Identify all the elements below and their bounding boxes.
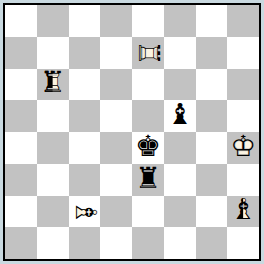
bishop-glyph: ♝ (167, 100, 193, 129)
rook-glyph: ♖ (135, 40, 164, 66)
square-h7[interactable] (227, 37, 259, 69)
square-g5[interactable] (196, 100, 228, 132)
square-h8[interactable] (227, 5, 259, 37)
square-a5[interactable] (5, 100, 37, 132)
square-g4[interactable] (196, 132, 228, 164)
bishop-glyph: ♝ (71, 198, 100, 224)
square-h1[interactable] (227, 227, 259, 259)
square-h6[interactable] (227, 69, 259, 101)
king-glyph: ♚ (230, 132, 256, 161)
white-rook-rotated-piece[interactable]: ♜♖ (132, 37, 164, 69)
square-d3[interactable] (100, 164, 132, 196)
square-d4[interactable] (100, 132, 132, 164)
rook-glyph: ♜ (135, 40, 164, 66)
square-e6[interactable] (132, 69, 164, 101)
square-b1[interactable] (37, 227, 69, 259)
square-e1[interactable] (132, 227, 164, 259)
square-c1[interactable] (69, 227, 101, 259)
black-rook-piece[interactable]: ♜ (132, 164, 164, 196)
square-d7[interactable] (100, 37, 132, 69)
rook-glyph: ♖ (40, 69, 66, 98)
square-e2[interactable] (132, 196, 164, 228)
square-g1[interactable] (196, 227, 228, 259)
square-c3[interactable] (69, 164, 101, 196)
square-a4[interactable] (5, 132, 37, 164)
square-c8[interactable] (69, 5, 101, 37)
white-king-piece[interactable]: ♚♔ (227, 132, 259, 164)
square-f8[interactable] (164, 5, 196, 37)
square-g8[interactable] (196, 5, 228, 37)
king-glyph: ♔ (230, 132, 256, 161)
rook-glyph: ♜ (40, 69, 66, 98)
bishop-glyph: ♗ (71, 198, 100, 224)
bishop-glyph: ♝ (230, 196, 256, 225)
square-a7[interactable] (5, 37, 37, 69)
black-king-piece[interactable]: ♚ (132, 132, 164, 164)
square-f6[interactable] (164, 69, 196, 101)
king-glyph: ♚ (135, 132, 161, 161)
square-b7[interactable] (37, 37, 69, 69)
square-d5[interactable] (100, 100, 132, 132)
square-b4[interactable] (37, 132, 69, 164)
square-d1[interactable] (100, 227, 132, 259)
square-e4[interactable]: ♚ (132, 132, 164, 164)
square-g3[interactable] (196, 164, 228, 196)
square-e3[interactable]: ♜ (132, 164, 164, 196)
board-frame: ♜♖♜♖♜♝♚♚♔♜♝♗♝♗♝ (3, 3, 261, 261)
square-f2[interactable] (164, 196, 196, 228)
white-bishop-rotated-piece[interactable]: ♝♗ (69, 196, 101, 228)
black-bishop-piece[interactable]: ♝ (164, 100, 196, 132)
square-a3[interactable] (5, 164, 37, 196)
square-b5[interactable] (37, 100, 69, 132)
square-h3[interactable] (227, 164, 259, 196)
square-c2[interactable]: ♝♗ (69, 196, 101, 228)
square-b3[interactable] (37, 164, 69, 196)
square-h5[interactable] (227, 100, 259, 132)
square-e7[interactable]: ♜♖ (132, 37, 164, 69)
rook-glyph: ♜ (40, 69, 66, 98)
square-a8[interactable] (5, 5, 37, 37)
bishop-glyph: ♗ (230, 196, 256, 225)
square-b6[interactable]: ♜♖♜ (37, 69, 69, 101)
neutral-bishop-piece[interactable]: ♝♗♝ (227, 196, 259, 228)
square-f4[interactable] (164, 132, 196, 164)
square-h4[interactable]: ♚♔ (227, 132, 259, 164)
square-g7[interactable] (196, 37, 228, 69)
square-g2[interactable] (196, 196, 228, 228)
square-b2[interactable] (37, 196, 69, 228)
square-f1[interactable] (164, 227, 196, 259)
square-h2[interactable]: ♝♗♝ (227, 196, 259, 228)
rook-glyph: ♜ (135, 164, 161, 193)
square-d2[interactable] (100, 196, 132, 228)
square-a1[interactable] (5, 227, 37, 259)
square-g6[interactable] (196, 69, 228, 101)
square-d8[interactable] (100, 5, 132, 37)
square-c4[interactable] (69, 132, 101, 164)
chess-diagram: ♜♖♜♖♜♝♚♚♔♜♝♗♝♗♝ (0, 0, 264, 264)
square-b8[interactable] (37, 5, 69, 37)
bishop-glyph: ♝ (230, 196, 256, 225)
square-f5[interactable]: ♝ (164, 100, 196, 132)
neutral-rook-piece[interactable]: ♜♖♜ (37, 69, 69, 101)
square-c6[interactable] (69, 69, 101, 101)
square-a6[interactable] (5, 69, 37, 101)
board-grid: ♜♖♜♖♜♝♚♚♔♜♝♗♝♗♝ (5, 5, 259, 259)
square-a2[interactable] (5, 196, 37, 228)
square-e5[interactable] (132, 100, 164, 132)
square-e8[interactable] (132, 5, 164, 37)
square-c5[interactable] (69, 100, 101, 132)
square-d6[interactable] (100, 69, 132, 101)
square-c7[interactable] (69, 37, 101, 69)
square-f3[interactable] (164, 164, 196, 196)
square-f7[interactable] (164, 37, 196, 69)
